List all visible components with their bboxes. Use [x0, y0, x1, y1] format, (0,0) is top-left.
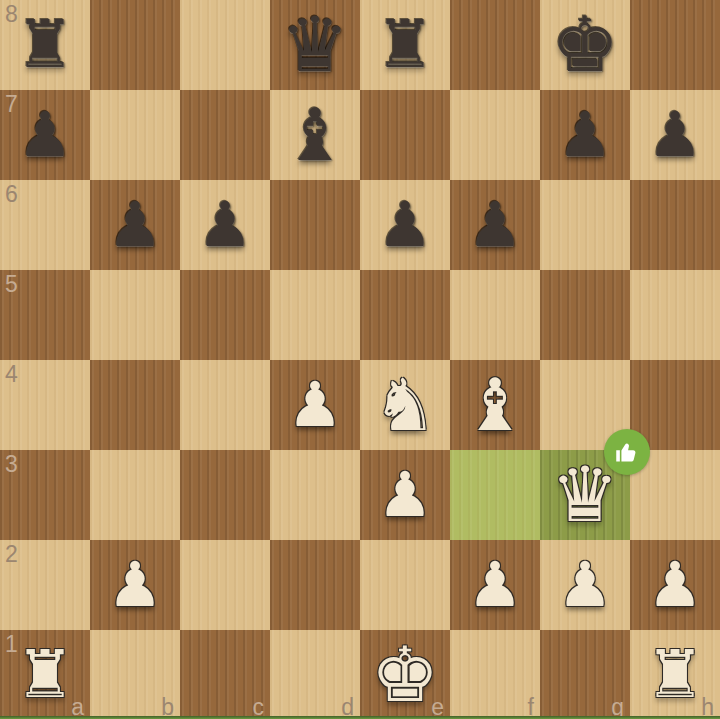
square-d6[interactable]	[270, 180, 360, 270]
square-c7[interactable]	[180, 90, 270, 180]
piece-black-rook[interactable]: ♜	[375, 12, 434, 78]
good-move-badge	[604, 429, 650, 475]
square-h5[interactable]	[630, 270, 720, 360]
square-c4[interactable]	[180, 360, 270, 450]
piece-white-pawn[interactable]: ♟	[647, 554, 703, 616]
square-b7[interactable]	[90, 90, 180, 180]
square-a2[interactable]: 2	[0, 540, 90, 630]
square-c3[interactable]	[180, 450, 270, 540]
square-e5[interactable]	[360, 270, 450, 360]
square-g5[interactable]	[540, 270, 630, 360]
rank-label-3: 3	[5, 451, 18, 478]
square-e3[interactable]: ♟	[360, 450, 450, 540]
piece-white-king[interactable]: ♚	[371, 637, 439, 713]
piece-black-queen[interactable]: ♛	[281, 7, 349, 83]
square-f8[interactable]	[450, 0, 540, 90]
square-f6[interactable]: ♟	[450, 180, 540, 270]
rank-label-2: 2	[5, 541, 18, 568]
square-g1[interactable]: g	[540, 630, 630, 719]
piece-white-rook[interactable]: ♜	[15, 642, 74, 708]
square-d2[interactable]	[270, 540, 360, 630]
square-g7[interactable]: ♟	[540, 90, 630, 180]
square-c6[interactable]: ♟	[180, 180, 270, 270]
square-g6[interactable]	[540, 180, 630, 270]
piece-white-pawn[interactable]: ♟	[287, 374, 343, 436]
square-b4[interactable]	[90, 360, 180, 450]
square-b5[interactable]	[90, 270, 180, 360]
piece-black-pawn[interactable]: ♟	[107, 194, 163, 256]
square-e4[interactable]: ♞	[360, 360, 450, 450]
rank-label-7: 7	[5, 91, 18, 118]
piece-black-king[interactable]: ♚	[551, 7, 619, 83]
rank-label-6: 6	[5, 181, 18, 208]
square-f1[interactable]: f	[450, 630, 540, 719]
thumbs-up-icon	[614, 439, 641, 466]
square-h6[interactable]	[630, 180, 720, 270]
piece-black-rook[interactable]: ♜	[15, 12, 74, 78]
piece-white-bishop[interactable]: ♝	[463, 369, 528, 441]
square-c5[interactable]	[180, 270, 270, 360]
piece-black-pawn[interactable]: ♟	[17, 104, 73, 166]
square-f2[interactable]: ♟	[450, 540, 540, 630]
rank-label-4: 4	[5, 361, 18, 388]
piece-white-pawn[interactable]: ♟	[467, 554, 523, 616]
chess-app-screen: 8♜♛♜♚7♟♝♟♟6♟♟♟♟54♟♞♝3♟♛2♟♟♟♟1a♜bcde♚fgh♜	[0, 0, 720, 719]
square-h2[interactable]: ♟	[630, 540, 720, 630]
piece-black-pawn[interactable]: ♟	[557, 104, 613, 166]
square-a3[interactable]: 3	[0, 450, 90, 540]
piece-black-pawn[interactable]: ♟	[377, 194, 433, 256]
square-f4[interactable]: ♝	[450, 360, 540, 450]
square-a4[interactable]: 4	[0, 360, 90, 450]
square-d8[interactable]: ♛	[270, 0, 360, 90]
square-b1[interactable]: b	[90, 630, 180, 719]
square-d3[interactable]	[270, 450, 360, 540]
square-b6[interactable]: ♟	[90, 180, 180, 270]
square-h1[interactable]: h♜	[630, 630, 720, 719]
chess-board: 8♜♛♜♚7♟♝♟♟6♟♟♟♟54♟♞♝3♟♛2♟♟♟♟1a♜bcde♚fgh♜	[0, 0, 720, 719]
square-b8[interactable]	[90, 0, 180, 90]
square-b2[interactable]: ♟	[90, 540, 180, 630]
piece-white-queen[interactable]: ♛	[551, 457, 619, 533]
rank-label-5: 5	[5, 271, 18, 298]
square-f3[interactable]	[450, 450, 540, 540]
piece-black-pawn[interactable]: ♟	[197, 194, 253, 256]
square-e8[interactable]: ♜	[360, 0, 450, 90]
square-g8[interactable]: ♚	[540, 0, 630, 90]
square-a6[interactable]: 6	[0, 180, 90, 270]
square-f5[interactable]	[450, 270, 540, 360]
square-c1[interactable]: c	[180, 630, 270, 719]
square-h8[interactable]	[630, 0, 720, 90]
square-e2[interactable]	[360, 540, 450, 630]
square-d1[interactable]: d	[270, 630, 360, 719]
square-a8[interactable]: 8♜	[0, 0, 90, 90]
square-d5[interactable]	[270, 270, 360, 360]
piece-black-bishop[interactable]: ♝	[283, 99, 348, 171]
square-e6[interactable]: ♟	[360, 180, 450, 270]
square-a7[interactable]: 7♟	[0, 90, 90, 180]
square-g2[interactable]: ♟	[540, 540, 630, 630]
piece-white-pawn[interactable]: ♟	[107, 554, 163, 616]
piece-white-rook[interactable]: ♜	[645, 642, 704, 708]
piece-black-pawn[interactable]: ♟	[647, 104, 703, 166]
piece-white-pawn[interactable]: ♟	[557, 554, 613, 616]
square-c2[interactable]	[180, 540, 270, 630]
square-f7[interactable]	[450, 90, 540, 180]
square-d4[interactable]: ♟	[270, 360, 360, 450]
piece-white-pawn[interactable]: ♟	[377, 464, 433, 526]
square-c8[interactable]	[180, 0, 270, 90]
piece-black-pawn[interactable]: ♟	[467, 194, 523, 256]
square-e1[interactable]: e♚	[360, 630, 450, 719]
square-a5[interactable]: 5	[0, 270, 90, 360]
square-a1[interactable]: 1a♜	[0, 630, 90, 719]
square-h7[interactable]: ♟	[630, 90, 720, 180]
square-b3[interactable]	[90, 450, 180, 540]
square-d7[interactable]: ♝	[270, 90, 360, 180]
piece-white-knight[interactable]: ♞	[373, 369, 438, 441]
square-e7[interactable]	[360, 90, 450, 180]
